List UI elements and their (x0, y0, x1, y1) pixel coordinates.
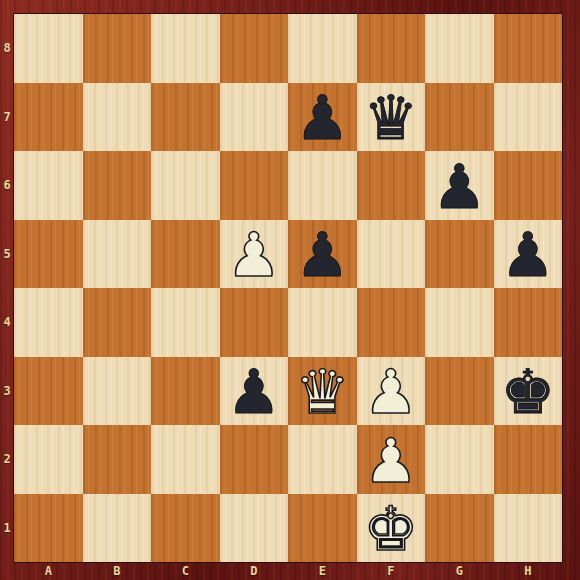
square-c3[interactable] (151, 357, 220, 426)
square-d6[interactable] (220, 151, 289, 220)
square-g8[interactable] (425, 14, 494, 83)
square-e3[interactable]: ♛ (288, 357, 357, 426)
square-d7[interactable] (220, 83, 289, 152)
square-a4[interactable] (14, 288, 83, 357)
file-label-b: B (83, 562, 152, 580)
black-pawn[interactable]: ♟ (226, 361, 281, 422)
square-a7[interactable] (14, 83, 83, 152)
white-queen[interactable]: ♛ (295, 361, 350, 422)
square-a1[interactable] (14, 494, 83, 563)
square-e4[interactable] (288, 288, 357, 357)
black-queen[interactable]: ♛ (363, 87, 418, 148)
square-d8[interactable] (220, 14, 289, 83)
file-label-d: D (220, 562, 289, 580)
file-label-e: E (288, 562, 357, 580)
square-g4[interactable] (425, 288, 494, 357)
rank-label-5: 5 (0, 220, 14, 289)
file-label-c: C (151, 562, 220, 580)
square-g2[interactable] (425, 425, 494, 494)
square-c4[interactable] (151, 288, 220, 357)
rank-label-1: 1 (0, 494, 14, 563)
square-e5[interactable]: ♟ (288, 220, 357, 289)
square-d5[interactable]: ♟ (220, 220, 289, 289)
rank-label-6: 6 (0, 151, 14, 220)
square-f1[interactable]: ♚ (357, 494, 426, 563)
square-f8[interactable] (357, 14, 426, 83)
square-d4[interactable] (220, 288, 289, 357)
square-c5[interactable] (151, 220, 220, 289)
square-e1[interactable] (288, 494, 357, 563)
square-f4[interactable] (357, 288, 426, 357)
square-f5[interactable] (357, 220, 426, 289)
white-king[interactable]: ♚ (363, 498, 418, 559)
square-c8[interactable] (151, 14, 220, 83)
square-h7[interactable] (494, 83, 563, 152)
square-f6[interactable] (357, 151, 426, 220)
black-king[interactable]: ♚ (500, 361, 555, 422)
square-g6[interactable]: ♟ (425, 151, 494, 220)
square-b3[interactable] (83, 357, 152, 426)
rank-label-8: 8 (0, 14, 14, 83)
square-d1[interactable] (220, 494, 289, 563)
black-pawn[interactable]: ♟ (432, 156, 487, 217)
square-c6[interactable] (151, 151, 220, 220)
square-a2[interactable] (14, 425, 83, 494)
square-f2[interactable]: ♟ (357, 425, 426, 494)
square-e6[interactable] (288, 151, 357, 220)
square-b8[interactable] (83, 14, 152, 83)
square-f7[interactable]: ♛ (357, 83, 426, 152)
rank-label-4: 4 (0, 288, 14, 357)
rank-labels: 87654321 (0, 14, 14, 562)
square-a5[interactable] (14, 220, 83, 289)
square-c1[interactable] (151, 494, 220, 563)
black-pawn[interactable]: ♟ (295, 87, 350, 148)
square-b5[interactable] (83, 220, 152, 289)
square-h2[interactable] (494, 425, 563, 494)
white-pawn[interactable]: ♟ (363, 361, 418, 422)
square-g5[interactable] (425, 220, 494, 289)
square-h3[interactable]: ♚ (494, 357, 563, 426)
chess-board: ♟♛♟♟♟♟♟♛♟♚♟♚ (14, 14, 562, 562)
square-b4[interactable] (83, 288, 152, 357)
square-a6[interactable] (14, 151, 83, 220)
rank-label-7: 7 (0, 83, 14, 152)
rank-label-2: 2 (0, 425, 14, 494)
square-g3[interactable] (425, 357, 494, 426)
square-b7[interactable] (83, 83, 152, 152)
square-g1[interactable] (425, 494, 494, 563)
square-e7[interactable]: ♟ (288, 83, 357, 152)
square-d3[interactable]: ♟ (220, 357, 289, 426)
square-g7[interactable] (425, 83, 494, 152)
square-h8[interactable] (494, 14, 563, 83)
square-f3[interactable]: ♟ (357, 357, 426, 426)
square-c7[interactable] (151, 83, 220, 152)
black-pawn[interactable]: ♟ (500, 224, 555, 285)
file-label-f: F (357, 562, 426, 580)
chess-board-frame: 87654321 ABCDEFGH ♟♛♟♟♟♟♟♛♟♚♟♚ (0, 0, 580, 580)
square-a8[interactable] (14, 14, 83, 83)
file-label-h: H (494, 562, 563, 580)
square-h1[interactable] (494, 494, 563, 563)
square-d2[interactable] (220, 425, 289, 494)
square-h5[interactable]: ♟ (494, 220, 563, 289)
file-labels: ABCDEFGH (14, 562, 562, 580)
square-c2[interactable] (151, 425, 220, 494)
square-h6[interactable] (494, 151, 563, 220)
square-b2[interactable] (83, 425, 152, 494)
square-e8[interactable] (288, 14, 357, 83)
square-b1[interactable] (83, 494, 152, 563)
file-label-g: G (425, 562, 494, 580)
black-pawn[interactable]: ♟ (295, 224, 350, 285)
file-label-a: A (14, 562, 83, 580)
white-pawn[interactable]: ♟ (226, 224, 281, 285)
rank-label-3: 3 (0, 357, 14, 426)
square-b6[interactable] (83, 151, 152, 220)
white-pawn[interactable]: ♟ (363, 430, 418, 491)
square-h4[interactable] (494, 288, 563, 357)
square-e2[interactable] (288, 425, 357, 494)
square-a3[interactable] (14, 357, 83, 426)
